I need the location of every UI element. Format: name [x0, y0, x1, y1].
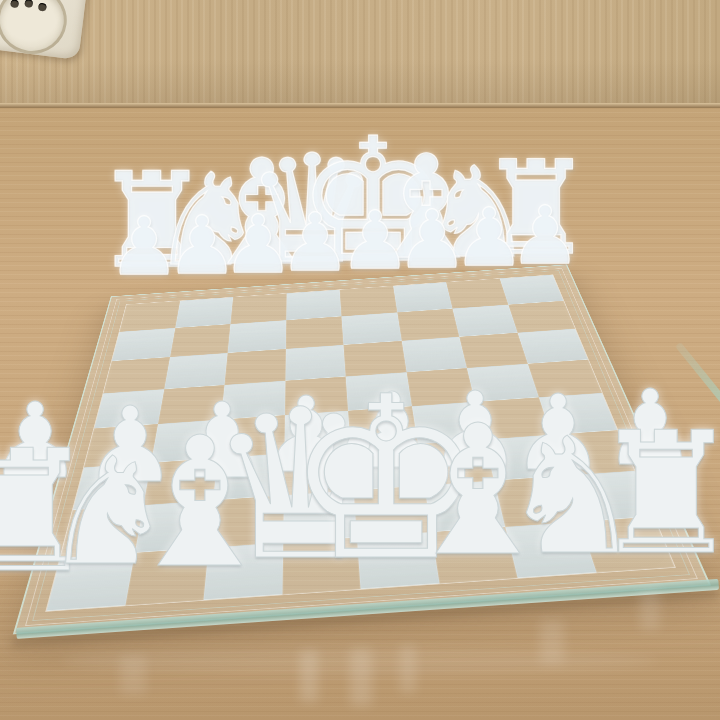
piece-clear-pawn-h7[interactable]: ♟ — [509, 196, 581, 276]
pieces-layer: ♜♞♝♛♚♝♞♜♟♟♟♟♟♟♟♟♟♟♟♟♟♟♟♟♜♞♝♛♚♝♞♜ — [0, 0, 720, 720]
photo-scene: ♜♞♝♛♚♝♞♜♟♟♟♟♟♟♟♟♟♟♟♟♟♟♟♟♜♞♝♛♚♝♞♜ — [0, 0, 720, 720]
piece-frosted-rook-h1[interactable]: ♜ — [591, 410, 720, 578]
